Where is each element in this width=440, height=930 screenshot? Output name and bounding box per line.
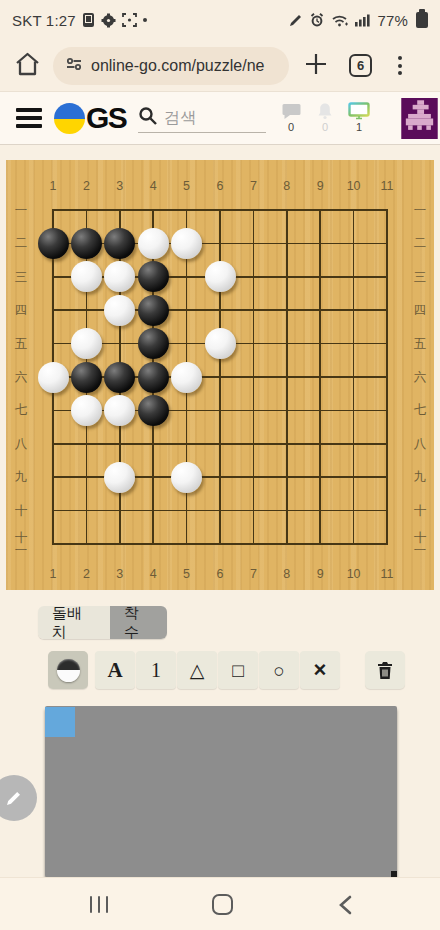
column-label: 2 xyxy=(83,567,90,581)
grid-line-horizontal xyxy=(52,476,388,478)
battery-icon xyxy=(416,12,428,28)
search-icon xyxy=(138,106,158,130)
chat-indicator[interactable]: 0 xyxy=(276,102,306,133)
grid-line-vertical xyxy=(319,209,321,545)
row-label: 三 xyxy=(15,268,28,285)
trash-button[interactable] xyxy=(365,651,405,689)
circle-marker-button[interactable]: ○ xyxy=(259,651,299,689)
pencil-icon xyxy=(4,788,24,808)
stone-black[interactable] xyxy=(38,228,69,259)
grid-line-horizontal xyxy=(52,543,388,545)
mode-tabs: 돌배치 착수 xyxy=(38,606,167,639)
row-label: 六 xyxy=(15,369,28,386)
search-placeholder: 검색 xyxy=(164,108,196,129)
wifi-icon xyxy=(331,13,349,28)
stone-white[interactable] xyxy=(171,462,202,493)
number-marker-button[interactable]: 1 xyxy=(136,651,176,689)
ogs-logo-text[interactable]: GS xyxy=(86,101,126,135)
grid-line-vertical xyxy=(386,209,388,545)
user-avatar[interactable] xyxy=(401,98,438,139)
row-label: 二 xyxy=(414,235,427,252)
column-label: 8 xyxy=(283,567,290,581)
stone-black[interactable] xyxy=(104,362,135,393)
ogs-logo-circle-icon[interactable] xyxy=(54,103,85,134)
recents-icon xyxy=(90,896,109,913)
column-label: 6 xyxy=(217,567,224,581)
cross-marker-label: × xyxy=(314,659,327,681)
recents-button[interactable] xyxy=(69,878,129,930)
square-marker-label: □ xyxy=(232,661,243,680)
letter-marker-button[interactable]: A xyxy=(95,651,135,689)
hamburger-menu-icon[interactable] xyxy=(12,104,46,133)
column-label: 3 xyxy=(116,567,123,581)
stone-black[interactable] xyxy=(138,395,169,426)
browser-bar: online-go.com/puzzle/ne 6 xyxy=(0,40,440,92)
blue-marker-square[interactable] xyxy=(45,707,75,737)
tab-switcher-button[interactable]: 6 xyxy=(349,54,372,77)
stone-white[interactable] xyxy=(205,261,236,292)
monitor-icon xyxy=(348,102,370,120)
trash-icon xyxy=(376,661,394,680)
grid-line-vertical xyxy=(253,209,255,545)
tab-count-label: 6 xyxy=(357,58,364,73)
column-label: 11 xyxy=(381,567,394,581)
column-label: 4 xyxy=(150,567,157,581)
search-input[interactable]: 검색 xyxy=(138,101,266,135)
tab-play-move[interactable]: 착수 xyxy=(110,606,167,639)
url-text[interactable]: online-go.com/puzzle/ne xyxy=(91,57,264,75)
screen: SKT 1:27 77% xyxy=(0,0,440,930)
android-back-button[interactable] xyxy=(315,878,375,930)
stone-black[interactable] xyxy=(104,228,135,259)
android-home-button[interactable] xyxy=(192,878,252,930)
stone-white[interactable] xyxy=(205,328,236,359)
stone-white[interactable] xyxy=(104,295,135,326)
status-bar: SKT 1:27 77% xyxy=(0,0,440,40)
bell-icon xyxy=(316,102,334,120)
column-label: 4 xyxy=(150,179,157,193)
tool-row: A 1 △ □ ○ × xyxy=(48,651,405,689)
triangle-marker-button[interactable]: △ xyxy=(177,651,217,689)
row-label: 一 xyxy=(414,202,427,219)
android-back-icon xyxy=(337,894,353,916)
app-notification-icon xyxy=(101,13,116,28)
column-label: 2 xyxy=(83,179,90,193)
row-label: 三 xyxy=(414,268,427,285)
carrier-time-label: SKT 1:27 xyxy=(12,12,76,29)
row-label: 七 xyxy=(15,402,28,419)
column-label: 10 xyxy=(347,567,361,581)
column-label: 1 xyxy=(50,567,57,581)
stone-icon xyxy=(57,659,80,682)
row-label: 六 xyxy=(414,369,427,386)
row-label: 七 xyxy=(414,402,427,419)
column-label: 7 xyxy=(250,179,257,193)
row-label: 四 xyxy=(15,302,28,319)
stone-white[interactable] xyxy=(104,462,135,493)
stone-black[interactable] xyxy=(138,261,169,292)
row-label: 八 xyxy=(15,435,28,452)
grid-line-vertical xyxy=(353,209,355,545)
browser-home-button[interactable] xyxy=(14,51,41,81)
stone-black[interactable] xyxy=(138,328,169,359)
battery-percent-label: 77% xyxy=(377,12,408,29)
column-label: 10 xyxy=(347,179,361,193)
more-notifications-dot-icon xyxy=(143,18,147,22)
screen-capture-icon xyxy=(122,13,137,27)
column-label: 9 xyxy=(317,179,324,193)
triangle-marker-label: △ xyxy=(190,661,205,680)
site-settings-icon[interactable] xyxy=(65,56,83,76)
stylus-icon xyxy=(288,13,303,28)
indicator-group: 0 0 1 xyxy=(276,102,374,133)
go-board[interactable]: 11一一22二二33三三44四四55五五66六六77七七88八八99九九1010… xyxy=(6,160,434,590)
letter-marker-label: A xyxy=(107,660,122,681)
row-label: 九 xyxy=(414,469,427,486)
number-marker-label: 1 xyxy=(151,660,161,680)
column-label: 5 xyxy=(183,567,190,581)
new-tab-button[interactable] xyxy=(303,51,329,81)
column-label: 9 xyxy=(317,567,324,581)
online-count: 1 xyxy=(356,121,362,133)
grid-line-vertical xyxy=(286,209,288,545)
stone-tool-button[interactable] xyxy=(48,651,88,689)
column-label: 3 xyxy=(116,179,123,193)
row-label: 五 xyxy=(15,335,28,352)
signal-icon xyxy=(355,13,371,27)
stone-white[interactable] xyxy=(38,362,69,393)
row-label: 九 xyxy=(15,469,28,486)
stone-black[interactable] xyxy=(138,295,169,326)
url-bar[interactable]: online-go.com/puzzle/ne xyxy=(53,47,289,85)
column-label: 7 xyxy=(250,567,257,581)
row-label: 四 xyxy=(414,302,427,319)
column-label: 8 xyxy=(283,179,290,193)
stone-black[interactable] xyxy=(71,228,102,259)
stone-white[interactable] xyxy=(71,328,102,359)
square-marker-button[interactable]: □ xyxy=(218,651,258,689)
column-label: 6 xyxy=(217,179,224,193)
stone-white[interactable] xyxy=(171,362,202,393)
row-label: 一 xyxy=(15,202,28,219)
column-label: 5 xyxy=(183,179,190,193)
marker-tool-group: A 1 △ □ ○ × xyxy=(95,651,340,689)
alarm-icon xyxy=(309,12,325,28)
row-label: 十一 xyxy=(413,532,427,556)
grid-line-horizontal xyxy=(52,410,388,412)
cross-marker-button[interactable]: × xyxy=(300,651,340,689)
stone-white[interactable] xyxy=(104,261,135,292)
circle-marker-label: ○ xyxy=(273,661,284,680)
column-label: 1 xyxy=(50,179,57,193)
browser-menu-button[interactable] xyxy=(394,52,406,79)
stone-black[interactable] xyxy=(138,362,169,393)
row-label: 十 xyxy=(414,502,427,519)
screenshot-icon xyxy=(82,12,95,28)
android-nav-bar xyxy=(0,877,440,930)
stone-black[interactable] xyxy=(71,362,102,393)
stone-white[interactable] xyxy=(138,228,169,259)
notification-indicator[interactable]: 0 xyxy=(310,102,340,133)
row-label: 十 xyxy=(15,502,28,519)
stone-white[interactable] xyxy=(71,261,102,292)
grid-line-horizontal xyxy=(52,510,388,512)
stone-white[interactable] xyxy=(71,395,102,426)
row-label: 五 xyxy=(414,335,427,352)
chat-count: 0 xyxy=(288,121,294,133)
pencil-fab-button[interactable] xyxy=(0,775,37,821)
column-label: 11 xyxy=(381,179,394,193)
drawing-canvas[interactable] xyxy=(45,706,397,877)
android-home-icon xyxy=(212,894,233,915)
row-label: 八 xyxy=(414,435,427,452)
search-underline xyxy=(138,132,266,134)
row-label: 十一 xyxy=(14,532,28,556)
notification-count: 0 xyxy=(322,121,328,133)
stone-white[interactable] xyxy=(104,395,135,426)
grid-line-horizontal xyxy=(52,376,388,378)
online-users-indicator[interactable]: 1 xyxy=(344,102,374,133)
tab-stone-placement[interactable]: 돌배치 xyxy=(38,606,110,639)
row-label: 二 xyxy=(15,235,28,252)
stone-white[interactable] xyxy=(171,228,202,259)
chat-bubble-icon xyxy=(281,102,302,120)
grid-line-horizontal xyxy=(52,443,388,445)
ogs-header: GS 검색 0 0 1 xyxy=(0,92,440,145)
